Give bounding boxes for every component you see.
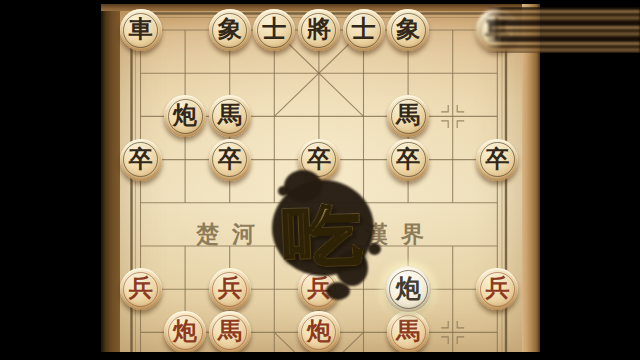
- piece-label: 卒: [129, 147, 153, 171]
- piece-red-soldier[interactable]: 兵: [209, 268, 251, 310]
- piece-label: 炮: [173, 103, 197, 127]
- piece-label: 兵: [485, 276, 509, 300]
- piece-black-soldier[interactable]: 卒: [120, 139, 162, 181]
- piece-label: 馬: [218, 319, 242, 343]
- piece-label: 馬: [218, 103, 242, 127]
- piece-label: 兵: [218, 276, 242, 300]
- piece-black-horse[interactable]: 馬: [209, 95, 251, 137]
- letterbox-bottom: [0, 352, 640, 360]
- piece-label: 士: [352, 17, 376, 41]
- capture-effect-text: 吃: [251, 195, 393, 279]
- ink-splash: [326, 282, 350, 300]
- piece-black-soldier[interactable]: 卒: [209, 139, 251, 181]
- piece-label: 車: [129, 17, 153, 41]
- piece-label: 卒: [396, 147, 420, 171]
- piece-label: 卒: [485, 147, 509, 171]
- piece-label: 卒: [307, 147, 331, 171]
- board-frame-left: [101, 3, 120, 352]
- piece-black-elephant[interactable]: 象: [209, 9, 251, 51]
- piece-red-horse[interactable]: 馬: [209, 311, 251, 353]
- piece-red-soldier[interactable]: 兵: [120, 268, 162, 310]
- piece-label: 卒: [218, 147, 242, 171]
- piece-label: 兵: [129, 276, 153, 300]
- piece-label: 象: [396, 17, 420, 41]
- moving-piece-motion-blur: [486, 7, 640, 53]
- piece-label: 象: [218, 17, 242, 41]
- ink-splash: [278, 186, 289, 196]
- piece-red-cannon[interactable]: 炮: [298, 311, 340, 353]
- letterbox-top: [0, 0, 640, 4]
- piece-label: 士: [262, 17, 286, 41]
- piece-black-chariot[interactable]: 車: [120, 9, 162, 51]
- piece-label: 炮: [307, 319, 331, 343]
- piece-black-elephant[interactable]: 象: [387, 9, 429, 51]
- board-frame-right: [522, 3, 540, 352]
- piece-label: 炮: [173, 319, 197, 343]
- xiangqi-game-screen: 楚河 漢界 車象士將士象車炮馬馬卒卒卒卒卒兵兵兵炮兵炮馬炮馬 吃: [0, 0, 640, 360]
- piece-black-advisor[interactable]: 士: [343, 9, 385, 51]
- piece-black-advisor[interactable]: 士: [253, 9, 295, 51]
- piece-label: 將: [307, 17, 331, 41]
- piece-label: 馬: [396, 319, 420, 343]
- piece-black-soldier[interactable]: 卒: [476, 139, 518, 181]
- piece-black-soldier[interactable]: 卒: [387, 139, 429, 181]
- piece-label: 馬: [396, 103, 420, 127]
- piece-label: 炮: [396, 276, 421, 301]
- piece-black-general[interactable]: 將: [298, 9, 340, 51]
